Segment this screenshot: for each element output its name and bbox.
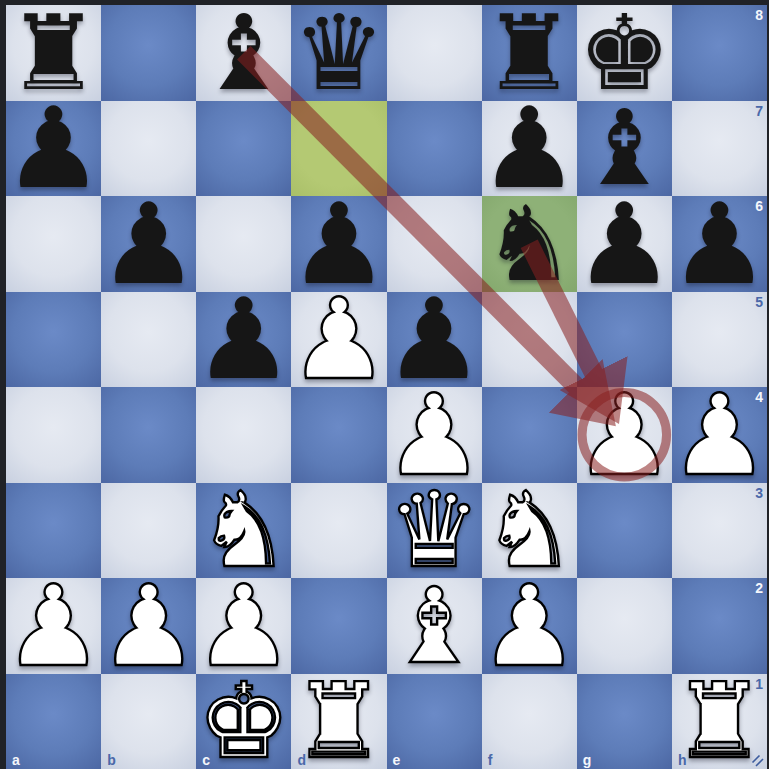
square-d2[interactable]	[291, 578, 386, 674]
square-c5[interactable]: ♟	[196, 292, 291, 388]
white-bishop[interactable]: ♝	[387, 578, 482, 674]
square-h8[interactable]: 8	[672, 5, 767, 101]
white-king[interactable]: ♚	[196, 674, 291, 769]
black-pawn[interactable]: ♟	[482, 101, 577, 197]
square-e7[interactable]	[387, 101, 482, 197]
square-g6[interactable]: ♟	[577, 196, 672, 292]
white-pawn[interactable]: ♟	[291, 292, 386, 388]
square-c7[interactable]	[196, 101, 291, 197]
square-g4[interactable]: ♟	[577, 387, 672, 483]
file-label-a: a	[12, 753, 20, 767]
black-pawn[interactable]: ♟	[672, 196, 767, 292]
square-e4[interactable]: ♟	[387, 387, 482, 483]
square-a5[interactable]	[6, 292, 101, 388]
square-e2[interactable]: ♝	[387, 578, 482, 674]
square-g2[interactable]	[577, 578, 672, 674]
white-pawn[interactable]: ♟	[482, 578, 577, 674]
rank-label-2: 2	[755, 581, 763, 595]
square-b6[interactable]: ♟	[101, 196, 196, 292]
resize-handle[interactable]	[750, 753, 764, 767]
square-d5[interactable]: ♟	[291, 292, 386, 388]
square-c1[interactable]: ♚c	[196, 674, 291, 769]
square-a2[interactable]: ♟	[6, 578, 101, 674]
square-g8[interactable]: ♚	[577, 5, 672, 101]
square-f6[interactable]: ♞	[482, 196, 577, 292]
black-pawn[interactable]: ♟	[196, 292, 291, 388]
black-pawn[interactable]: ♟	[577, 196, 672, 292]
white-pawn[interactable]: ♟	[672, 387, 767, 483]
square-f4[interactable]	[482, 387, 577, 483]
file-label-e: e	[393, 753, 401, 767]
white-pawn[interactable]: ♟	[6, 578, 101, 674]
square-h4[interactable]: ♟4	[672, 387, 767, 483]
file-label-f: f	[488, 753, 493, 767]
black-knight[interactable]: ♞	[482, 196, 577, 292]
white-pawn[interactable]: ♟	[196, 578, 291, 674]
black-pawn[interactable]: ♟	[6, 101, 101, 197]
white-queen[interactable]: ♛	[387, 483, 482, 579]
square-f7[interactable]: ♟	[482, 101, 577, 197]
black-pawn[interactable]: ♟	[101, 196, 196, 292]
square-d1[interactable]: ♜d	[291, 674, 386, 769]
square-b8[interactable]	[101, 5, 196, 101]
chess-board: ♜♝♛♜♚8♟♟♝7♟♟♞♟♟6♟♟♟5♟♟♟4♞♛♞3♟♟♟♝♟2ab♚c♜d…	[6, 5, 767, 769]
square-d8[interactable]: ♛	[291, 5, 386, 101]
page: ♜♝♛♜♚8♟♟♝7♟♟♞♟♟6♟♟♟5♟♟♟4♞♛♞3♟♟♟♝♟2ab♚c♜d…	[0, 0, 769, 769]
white-rook[interactable]: ♜	[291, 674, 386, 769]
square-h2[interactable]: 2	[672, 578, 767, 674]
rank-label-7: 7	[755, 104, 763, 118]
black-king[interactable]: ♚	[577, 5, 672, 101]
square-h6[interactable]: ♟6	[672, 196, 767, 292]
rank-label-8: 8	[755, 8, 763, 22]
white-pawn[interactable]: ♟	[101, 578, 196, 674]
square-d3[interactable]	[291, 483, 386, 579]
square-b4[interactable]	[101, 387, 196, 483]
square-a7[interactable]: ♟	[6, 101, 101, 197]
white-pawn[interactable]: ♟	[577, 387, 672, 483]
square-f2[interactable]: ♟	[482, 578, 577, 674]
square-e3[interactable]: ♛	[387, 483, 482, 579]
white-pawn[interactable]: ♟	[387, 387, 482, 483]
black-queen[interactable]: ♛	[291, 5, 386, 101]
file-label-g: g	[583, 753, 592, 767]
square-c8[interactable]: ♝	[196, 5, 291, 101]
square-c2[interactable]: ♟	[196, 578, 291, 674]
black-bishop[interactable]: ♝	[196, 5, 291, 101]
square-g1[interactable]: g	[577, 674, 672, 769]
square-b2[interactable]: ♟	[101, 578, 196, 674]
square-e1[interactable]: e	[387, 674, 482, 769]
square-e8[interactable]	[387, 5, 482, 101]
file-label-b: b	[107, 753, 116, 767]
square-f5[interactable]	[482, 292, 577, 388]
square-a4[interactable]	[6, 387, 101, 483]
